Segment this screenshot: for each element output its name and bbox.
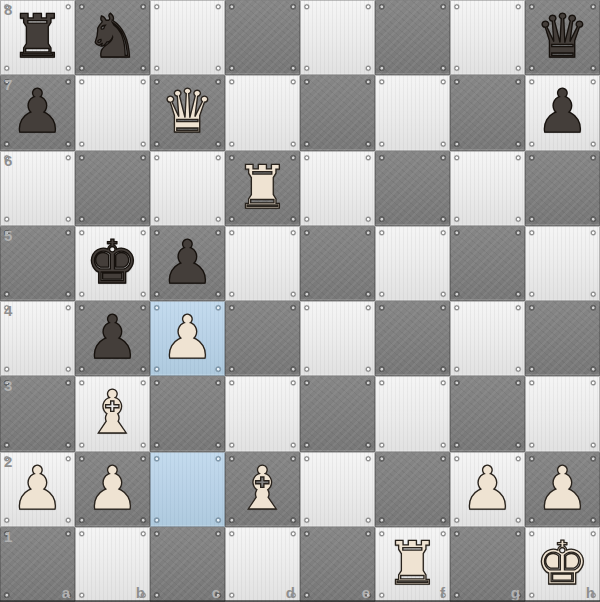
piece-white-queen[interactable]: ♛	[150, 75, 225, 150]
square-h7[interactable]: ♟	[525, 75, 600, 150]
piece-black-king[interactable]: ♚	[75, 226, 150, 301]
square-a6[interactable]: 6	[0, 151, 75, 226]
piece-white-pawn[interactable]: ♟	[150, 301, 225, 376]
square-c4[interactable]: ♟	[150, 301, 225, 376]
square-f5[interactable]	[375, 226, 450, 301]
piece-white-rook[interactable]: ♜	[225, 151, 300, 226]
square-a2[interactable]: 2♟	[0, 452, 75, 527]
piece-white-pawn[interactable]: ♟	[525, 452, 600, 527]
rank-label-5: 5	[4, 227, 12, 244]
file-label-d: d	[286, 584, 295, 601]
square-g2[interactable]: ♟	[450, 452, 525, 527]
file-label-b: b	[136, 584, 145, 601]
square-e2[interactable]	[300, 452, 375, 527]
piece-black-rook[interactable]: ♜	[0, 0, 75, 75]
rank-label-6: 6	[4, 152, 12, 169]
square-f7[interactable]	[375, 75, 450, 150]
square-d5[interactable]	[225, 226, 300, 301]
square-b2[interactable]: ♟	[75, 452, 150, 527]
piece-black-pawn[interactable]: ♟	[525, 75, 600, 150]
square-c5[interactable]: ♟	[150, 226, 225, 301]
square-d4[interactable]	[225, 301, 300, 376]
piece-white-rook[interactable]: ♜	[375, 527, 450, 602]
square-e6[interactable]	[300, 151, 375, 226]
square-h5[interactable]	[525, 226, 600, 301]
square-b3[interactable]: ♝	[75, 376, 150, 451]
square-f3[interactable]	[375, 376, 450, 451]
square-b6[interactable]	[75, 151, 150, 226]
square-e3[interactable]	[300, 376, 375, 451]
piece-black-pawn[interactable]: ♟	[150, 226, 225, 301]
piece-white-bishop[interactable]: ♝	[75, 376, 150, 451]
square-d2[interactable]: ♝	[225, 452, 300, 527]
square-a3[interactable]: 3	[0, 376, 75, 451]
piece-white-pawn[interactable]: ♟	[450, 452, 525, 527]
square-d3[interactable]	[225, 376, 300, 451]
file-label-e: e	[362, 584, 370, 601]
rank-label-3: 3	[4, 377, 12, 394]
square-c2[interactable]	[150, 452, 225, 527]
piece-white-bishop[interactable]: ♝	[225, 452, 300, 527]
square-g8[interactable]	[450, 0, 525, 75]
square-f1[interactable]: f♜	[375, 527, 450, 602]
square-h6[interactable]	[525, 151, 600, 226]
square-h4[interactable]	[525, 301, 600, 376]
piece-black-pawn[interactable]: ♟	[0, 75, 75, 150]
square-a5[interactable]: 5	[0, 226, 75, 301]
square-h8[interactable]: ♛	[525, 0, 600, 75]
square-g7[interactable]	[450, 75, 525, 150]
square-c8[interactable]	[150, 0, 225, 75]
square-a8[interactable]: 8♜	[0, 0, 75, 75]
square-e7[interactable]	[300, 75, 375, 150]
square-b7[interactable]	[75, 75, 150, 150]
rank-label-1: 1	[4, 528, 12, 545]
square-g1[interactable]: g	[450, 527, 525, 602]
rank-label-4: 4	[4, 302, 12, 319]
square-d6[interactable]: ♜	[225, 151, 300, 226]
square-b4[interactable]: ♟	[75, 301, 150, 376]
square-g3[interactable]	[450, 376, 525, 451]
square-e5[interactable]	[300, 226, 375, 301]
square-c1[interactable]: c	[150, 527, 225, 602]
square-a1[interactable]: 1a	[0, 527, 75, 602]
square-b1[interactable]: b	[75, 527, 150, 602]
square-c3[interactable]	[150, 376, 225, 451]
square-g5[interactable]	[450, 226, 525, 301]
square-h2[interactable]: ♟	[525, 452, 600, 527]
square-d7[interactable]	[225, 75, 300, 150]
square-e8[interactable]	[300, 0, 375, 75]
piece-white-pawn[interactable]: ♟	[75, 452, 150, 527]
piece-black-queen[interactable]: ♛	[525, 0, 600, 75]
piece-white-pawn[interactable]: ♟	[0, 452, 75, 527]
square-h1[interactable]: h♚	[525, 527, 600, 602]
square-c7[interactable]: ♛	[150, 75, 225, 150]
file-label-c: c	[212, 584, 220, 601]
square-f8[interactable]	[375, 0, 450, 75]
square-a4[interactable]: 4	[0, 301, 75, 376]
square-a7[interactable]: 7♟	[0, 75, 75, 150]
square-f2[interactable]	[375, 452, 450, 527]
piece-black-pawn[interactable]: ♟	[75, 301, 150, 376]
square-b8[interactable]: ♞	[75, 0, 150, 75]
square-b5[interactable]: ♚	[75, 226, 150, 301]
square-e1[interactable]: e	[300, 527, 375, 602]
square-f6[interactable]	[375, 151, 450, 226]
piece-white-king[interactable]: ♚	[525, 527, 600, 602]
file-label-g: g	[511, 584, 520, 601]
file-label-a: a	[62, 584, 70, 601]
square-c6[interactable]	[150, 151, 225, 226]
square-d8[interactable]	[225, 0, 300, 75]
square-d1[interactable]: d	[225, 527, 300, 602]
chess-board: 8♜♞♛7♟♛♟6♜5♚♟4♟♟3♝2♟♟♝♟♟1abcdef♜gh♚	[0, 0, 600, 602]
square-g6[interactable]	[450, 151, 525, 226]
square-e4[interactable]	[300, 301, 375, 376]
piece-black-knight[interactable]: ♞	[75, 0, 150, 75]
square-g4[interactable]	[450, 301, 525, 376]
square-f4[interactable]	[375, 301, 450, 376]
square-h3[interactable]	[525, 376, 600, 451]
